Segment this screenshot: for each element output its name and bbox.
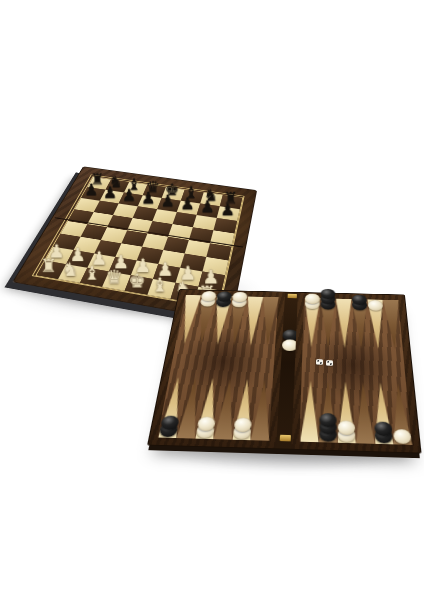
chess-square (94, 240, 121, 257)
product-photo-canvas: ♜♞♝♛♚♝♞♜♟♟♟♟♟♟♟♟♟♟♟♟♟♟♟♟♜♞♝♛♚♝♞♜ (0, 0, 424, 600)
black-checker (319, 413, 336, 427)
backgammon-point (372, 382, 394, 444)
black-rook: ♜ (219, 189, 242, 207)
black-bishop: ♝ (179, 184, 202, 202)
backgammon-point (259, 297, 279, 346)
backgammon-left-half (148, 290, 285, 449)
white-checker (393, 429, 412, 444)
backgammon-perspective (147, 289, 422, 453)
backgammon-point (251, 379, 274, 441)
black-checker (319, 427, 337, 442)
white-pawn: ♟ (86, 248, 112, 268)
white-checker (305, 293, 320, 304)
white-checker (196, 423, 215, 438)
backgammon-point (176, 295, 201, 344)
die (326, 360, 333, 365)
backgammon-point (158, 377, 187, 438)
backgammon-point (354, 382, 375, 444)
backgammon-point (383, 300, 403, 350)
backgammon-point (319, 381, 338, 443)
backgammon-board (147, 289, 422, 453)
chess-square (61, 221, 88, 237)
backgammon-right-field (299, 298, 411, 445)
backgammon-point (195, 378, 221, 439)
backgammon-point (300, 380, 319, 442)
black-checker (159, 422, 179, 437)
backgammon-scene (158, 250, 424, 492)
black-knight: ♞ (199, 186, 222, 204)
backgammon-point (176, 377, 204, 438)
white-checker (197, 417, 216, 432)
backgammon-right-half (291, 293, 420, 453)
black-checker (374, 421, 392, 436)
brass-hinge (280, 435, 291, 442)
die (316, 359, 323, 364)
white-checker (338, 420, 356, 435)
backgammon-point (389, 383, 412, 445)
brass-latch (288, 294, 297, 299)
white-checker (233, 425, 252, 440)
backgammon-point (214, 378, 239, 439)
white-checker (368, 300, 384, 311)
black-checker (352, 295, 367, 306)
chess-square (213, 218, 237, 233)
black-rook: ♜ (86, 171, 108, 188)
backgammon-point (232, 379, 256, 441)
black-checker (375, 429, 393, 444)
backgammon-point (336, 299, 353, 349)
backgammon-left-field (157, 295, 278, 441)
chess-square (81, 224, 108, 240)
chess-square: ♟ (109, 257, 137, 275)
backgammon-point (337, 381, 356, 443)
black-checker (160, 415, 180, 429)
black-king: ♚ (160, 181, 182, 199)
black-checker (319, 420, 336, 435)
white-checker (338, 427, 356, 442)
white-checker (234, 418, 253, 433)
black-checker (321, 289, 336, 299)
